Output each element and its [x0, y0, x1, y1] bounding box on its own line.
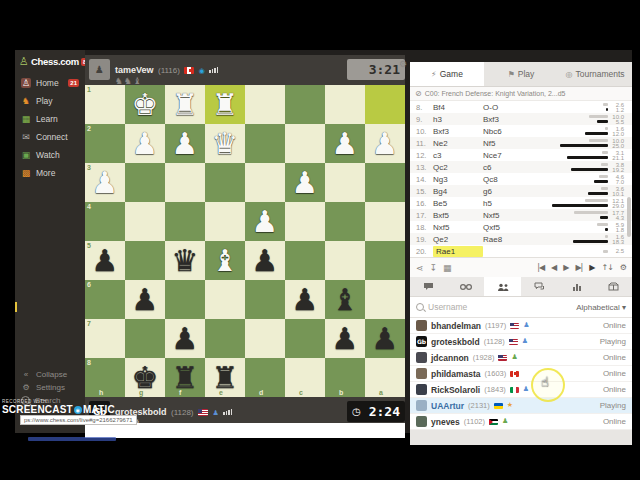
move-row-8: 8.Bf4O-O2.61.2 [410, 101, 632, 113]
move-row-19: 19.Qe2Rae81.618.3 [410, 233, 632, 245]
square-b3[interactable] [325, 163, 365, 202]
rank-label-7: 7 [87, 320, 91, 327]
black-move[interactable]: g6 [483, 187, 546, 196]
board-column: ♟ tameVew (1116) ◉ ♞♞♝ 3:21 1♚♜♜2♟♟♛♟♟3♟… [85, 55, 405, 438]
clock-icon: ◷ [352, 406, 361, 417]
square-b2[interactable]: ♟ [325, 124, 365, 163]
player-rating: (1928) [473, 353, 495, 362]
square-f6[interactable] [165, 280, 205, 319]
medal-icon: ◎ [565, 70, 572, 79]
white-move[interactable]: c3 [433, 151, 483, 160]
piece-wP-f2[interactable]: ♟ [165, 124, 205, 163]
move-time-bars: 10.05.5 [546, 115, 632, 124]
flip-board-icon[interactable]: ↑↓ [601, 263, 612, 272]
opening-name: C00: French Defense: Knight Variation, 2… [425, 90, 566, 97]
black-move[interactable]: h5 [483, 199, 546, 208]
move-row-17: 17.Bxf5Nxf517.74.3 [410, 209, 632, 221]
person-icon: ♟ [212, 410, 218, 417]
search-input[interactable]: Username [428, 302, 467, 312]
sidebar-item-label: Learn [36, 114, 58, 124]
gear-icon: ⚙ [21, 383, 31, 392]
screencast-watermark: RECORDED WITH SCREENCAST ◉ MATIC [2, 399, 115, 415]
file-label-b: b [339, 389, 343, 396]
star-icon: ★ [507, 402, 513, 409]
player-status: Online [603, 417, 626, 426]
us-flag-icon [509, 339, 518, 345]
white-move[interactable]: Qc2 [433, 163, 483, 172]
piece-wP-d4[interactable]: ♟ [245, 202, 285, 241]
move-list-footer: ⋖ ↧ ▦ |◀ ◀ ▶ ▶| ▶ ↑↓ ⚙ [410, 257, 632, 277]
square-f3[interactable] [165, 163, 205, 202]
move-number: 16. [416, 199, 433, 208]
player-rating: (1128) [484, 337, 505, 346]
square-h1[interactable]: 1 [85, 85, 125, 124]
collapse-icon: « [21, 370, 31, 379]
square-c4[interactable] [285, 202, 325, 241]
black-move[interactable]: Qxf5 [483, 223, 546, 232]
square-e1[interactable]: ♜ [205, 85, 245, 124]
square-g8[interactable]: g♚ [125, 358, 165, 397]
top-player-bar: ♟ tameVew (1116) ◉ ♞♞♝ 3:21 [85, 55, 405, 85]
move-number: 13. [416, 163, 433, 172]
move-row-16: 16.Be5h512.129.0 [410, 197, 632, 209]
play-icon: ♞ [21, 96, 31, 106]
prev-move-button[interactable]: ◀ [551, 263, 556, 272]
tab-label: Game [440, 69, 463, 79]
square-f5[interactable]: ♛ [165, 241, 205, 280]
white-move[interactable]: Qe2 [433, 235, 483, 244]
sidebar-item-collapse[interactable]: «Collapse [15, 368, 85, 381]
rank-label-8: 8 [87, 359, 91, 366]
square-e8[interactable]: e♜ [205, 358, 245, 397]
screencast-o-icon: ◉ [74, 406, 82, 414]
piece-wP-g2[interactable]: ♟ [125, 124, 165, 163]
us-flag-icon [498, 355, 507, 361]
lobby-tabs [410, 277, 632, 297]
sort-dropdown[interactable]: Alphabetical ▾ [576, 303, 626, 312]
move-time-bars: 3.121.1 [546, 151, 632, 160]
ca-flag-icon [510, 371, 519, 377]
square-d8[interactable]: d [245, 358, 285, 397]
move-row-11: 11.Ne2Nf510.025.0 [410, 137, 632, 149]
player-row-bhandelman[interactable]: bhandelman(1197)♟Online [410, 318, 632, 334]
square-h4[interactable]: 4 [85, 202, 125, 241]
avatar [416, 384, 427, 395]
share-icon[interactable]: ⋖ [416, 263, 424, 273]
flag-icon: ⚑ [508, 70, 515, 79]
move-time-bars: 4.67.0 [546, 175, 632, 184]
square-b6[interactable]: ♝ [325, 280, 365, 319]
move-number: 9. [416, 115, 433, 124]
player-status: Online [603, 385, 626, 394]
piece-wP-h3[interactable]: ♟ [85, 163, 125, 202]
right-panel: ⚡Game⚑Play◎Tournaments ⊘ C00: French Def… [410, 62, 632, 433]
bottom-player-clock: ◷ 2:24 [347, 401, 405, 422]
status-url-tooltip: ps://www.chess.com/live#g=2166279671 [20, 415, 137, 425]
move-row-12: 12.c3Nce73.121.1 [410, 149, 632, 161]
player-row-groteskbold[interactable]: Gbgroteskbold(1128)♟Playing [410, 334, 632, 350]
piece-wR-f1[interactable]: ♜ [165, 85, 205, 124]
player-row-jdcannon[interactable]: jdcannon(1928)♟Online [410, 350, 632, 366]
move-row-15: 15.Bg4g63.610.1 [410, 185, 632, 197]
bottom-player-rating: (1128) [171, 408, 194, 417]
sidebar-item-learn[interactable]: ▦Learn [15, 110, 85, 128]
avatar [416, 416, 427, 427]
move-number: 8. [416, 103, 433, 112]
top-player-clock: 3:21 [347, 59, 405, 80]
square-f7[interactable]: ♟ [165, 319, 205, 358]
file-label-h: h [99, 389, 103, 396]
square-f2[interactable]: ♟ [165, 124, 205, 163]
square-e2[interactable]: ♛ [205, 124, 245, 163]
black-move[interactable]: Nce7 [483, 151, 546, 160]
person-icon: ♟ [522, 338, 528, 345]
player-name: groteskbold [431, 337, 480, 347]
player-row-phildamasta[interactable]: phildamasta(1603)Online [410, 366, 632, 382]
sidebar-item-label: Home [36, 78, 59, 88]
move-row-20: 20.Rae12.5 [410, 245, 632, 257]
signal-bars-icon [223, 409, 232, 415]
sidebar-item-more[interactable]: ▩More [15, 164, 85, 182]
board-settings-gear-icon[interactable]: ⚙ [399, 59, 407, 69]
sidebar-item-home[interactable]: ♙Home21 [15, 74, 85, 92]
square-f1[interactable]: ♜ [165, 85, 205, 124]
first-move-button[interactable]: |◀ [537, 263, 544, 272]
square-b1[interactable] [325, 85, 365, 124]
square-e6[interactable] [205, 280, 245, 319]
file-label-a: a [379, 389, 383, 396]
avatar [416, 320, 427, 331]
white-move[interactable]: Bxf5 [433, 211, 483, 220]
piece-bP-g6[interactable]: ♟ [125, 280, 165, 319]
square-d3[interactable] [245, 163, 285, 202]
learn-icon: ▦ [21, 114, 31, 124]
tab-game[interactable]: ⚡Game [410, 62, 484, 86]
black-move[interactable]: Nbc6 [483, 127, 546, 136]
search-icon [416, 303, 424, 311]
piece-wB-e5[interactable]: ♝ [205, 241, 245, 280]
next-move-button[interactable]: ▶ [563, 263, 568, 272]
square-a7[interactable]: ♟ [365, 319, 405, 358]
player-rating: (1197) [485, 321, 506, 330]
top-player-avatar[interactable]: ♟ [89, 59, 110, 80]
move-time-bars: 3.819.2 [546, 163, 632, 172]
rank-label-6: 6 [87, 281, 91, 288]
square-a3[interactable] [365, 163, 405, 202]
square-e3[interactable] [205, 163, 245, 202]
move-time-bars: 10.025.0 [546, 139, 632, 148]
white-move[interactable]: Bf4 [433, 103, 483, 112]
rank-label-2: 2 [87, 125, 91, 132]
square-b8[interactable]: b [325, 358, 365, 397]
square-h3[interactable]: 3♟ [85, 163, 125, 202]
player-rating: (2131) [468, 401, 490, 410]
square-h8[interactable]: 8h [85, 358, 125, 397]
avatar [416, 400, 427, 411]
square-a2[interactable]: ♟ [365, 124, 405, 163]
square-d1[interactable] [245, 85, 285, 124]
square-h6[interactable]: 6 [85, 280, 125, 319]
piece-bK-g8[interactable]: ♚ [125, 358, 165, 397]
white-move[interactable]: Nxf5 [433, 223, 483, 232]
play-button[interactable]: ▶ [589, 263, 594, 272]
it-flag-icon [510, 387, 519, 393]
top-player-name[interactable]: tameVew [115, 65, 154, 75]
sidebar-item-label: Collapse [36, 370, 67, 379]
player-status: Online [603, 369, 626, 378]
square-d7[interactable] [245, 319, 285, 358]
sidebar-item-label: Connect [36, 132, 68, 142]
black-move[interactable]: Nxf5 [483, 211, 546, 220]
rank-label-1: 1 [87, 86, 91, 93]
square-f8[interactable]: f♜ [165, 358, 205, 397]
move-nav: |◀ ◀ ▶ ▶| ▶ ↑↓ ⚙ [537, 263, 626, 272]
square-c8[interactable]: c [285, 358, 325, 397]
move-number: 19. [416, 235, 433, 244]
bottom-artifact [28, 437, 116, 441]
square-c1[interactable] [285, 85, 325, 124]
square-h5[interactable]: 5♟ [85, 241, 125, 280]
more-icon: ▩ [21, 168, 31, 178]
square-f4[interactable] [165, 202, 205, 241]
player-name: yneves [431, 417, 460, 427]
square-c2[interactable] [285, 124, 325, 163]
ps-flag-icon [489, 419, 498, 425]
black-move[interactable]: O-O [483, 103, 546, 112]
players-icon [497, 283, 509, 291]
avatar: Gb [416, 336, 427, 347]
player-name: phildamasta [431, 369, 481, 379]
player-status: Online [603, 321, 626, 330]
sidebar-item-play[interactable]: ♞Play [15, 92, 85, 110]
player-status: Playing [600, 401, 626, 410]
white-move[interactable]: h3 [433, 115, 483, 124]
person-icon: ♟ [511, 354, 517, 361]
sidebar-items: ♙Home21♞Play▦Learn✉Connect▣Watch▩More [15, 74, 85, 182]
sidebar-item-label: More [36, 168, 55, 178]
square-a1[interactable] [365, 85, 405, 124]
piece-bP-h5[interactable]: ♟ [85, 241, 125, 280]
player-status: Online [603, 353, 626, 362]
square-b4[interactable] [325, 202, 365, 241]
lobby-tab-players[interactable] [484, 277, 521, 296]
top-player-rating: (1116) [158, 66, 180, 75]
piece-bB-b6[interactable]: ♝ [325, 280, 365, 319]
square-g4[interactable] [125, 202, 165, 241]
piece-wQ-e2[interactable]: ♛ [205, 124, 245, 163]
player-search-row: Username Alphabetical ▾ [410, 297, 632, 318]
tab-tournaments[interactable]: ◎Tournaments [558, 62, 632, 86]
player-rating: (1843) [484, 385, 506, 394]
white-move[interactable]: Ne2 [433, 139, 483, 148]
square-h2[interactable]: 2 [85, 124, 125, 163]
square-g2[interactable]: ♟ [125, 124, 165, 163]
square-g7[interactable] [125, 319, 165, 358]
watch-icon [460, 283, 472, 291]
square-d5[interactable]: ♟ [245, 241, 285, 280]
square-a6[interactable] [365, 280, 405, 319]
square-g5[interactable] [125, 241, 165, 280]
stats-icon [572, 283, 582, 291]
scrollbar-thumb[interactable] [627, 197, 631, 237]
lobby-tab-watch[interactable] [447, 277, 484, 296]
blue-badge-icon: ◉ [199, 68, 205, 75]
sidebar-item-label: Settings [36, 383, 65, 392]
move-time-bars: 1.612.0 [546, 127, 632, 136]
move-time-bars: 12.129.0 [546, 199, 632, 208]
square-g1[interactable]: ♚ [125, 85, 165, 124]
ua-flag-icon [494, 403, 503, 409]
move-time-bars: 17.74.3 [546, 211, 632, 220]
white-move[interactable]: Ng3 [433, 175, 483, 184]
chesscom-logo[interactable]: ♙ Chess.com 81 [15, 50, 85, 74]
chess-board: 1♚♜♜2♟♟♛♟♟3♟♟4♟5♟♛♝♟6♟♟♝7♟♟♟8hg♚f♜e♜dcba [85, 85, 405, 397]
opening-row: ⊘ C00: French Defense: Knight Variation,… [410, 87, 632, 101]
move-time-bars: 2.61.2 [546, 103, 632, 112]
player-row-RickSolaroli[interactable]: RickSolaroli(1843)♟Online [410, 382, 632, 398]
square-e4[interactable] [205, 202, 245, 241]
rank-label-4: 4 [87, 203, 91, 210]
player-rating: (1102) [464, 417, 485, 426]
player-status: Playing [600, 337, 626, 346]
signal-bars-icon [209, 67, 218, 73]
square-e7[interactable] [205, 319, 245, 358]
us-flag-icon [198, 409, 208, 416]
piece-bP-a7[interactable]: ♟ [365, 319, 405, 358]
person-icon: ♟ [523, 386, 529, 393]
tab-play[interactable]: ⚑Play [484, 62, 558, 86]
square-a8[interactable]: a [365, 358, 405, 397]
square-d4[interactable]: ♟ [245, 202, 285, 241]
piece-bR-e8[interactable]: ♜ [205, 358, 245, 397]
player-name: jdcannon [431, 353, 469, 363]
move-number: 10. [416, 127, 433, 136]
player-name: UAArtur [431, 401, 464, 411]
square-b7[interactable]: ♟ [325, 319, 365, 358]
player-row-UAArtur[interactable]: UAArtur(2131)★Playing [410, 398, 632, 414]
sidebar-item-watch[interactable]: ▣Watch [15, 146, 85, 164]
square-e5[interactable]: ♝ [205, 241, 245, 280]
home-icon: ♙ [21, 78, 31, 88]
move-number: 18. [416, 223, 433, 232]
move-row-13: 13.Qc2c63.819.2 [410, 161, 632, 173]
yellow-marker [15, 302, 17, 312]
panel-bottom-strip [410, 430, 632, 445]
piece-bP-b7[interactable]: ♟ [325, 319, 365, 358]
move-row-10: 10.Bxf3Nbc61.612.0 [410, 125, 632, 137]
last-move-button[interactable]: ▶| [575, 263, 582, 272]
move-number: 17. [416, 211, 433, 220]
notification-badge: 21 [68, 79, 79, 87]
player-name: RickSolaroli [431, 385, 480, 395]
connect-icon: ✉ [21, 132, 31, 142]
move-number: 15. [416, 187, 433, 196]
move-row-18: 18.Nxf5Qxf55.91.8 [410, 221, 632, 233]
black-move[interactable]: Bxf3 [483, 115, 546, 124]
white-move[interactable]: Be5 [433, 199, 483, 208]
square-g6[interactable]: ♟ [125, 280, 165, 319]
tab-label: Play [518, 69, 535, 79]
move-time-bars: 5.91.8 [546, 223, 632, 232]
piece-wP-c3[interactable]: ♟ [285, 163, 325, 202]
logo-pawn-icon: ♙ [19, 57, 29, 67]
move-time-bars: 1.618.3 [546, 235, 632, 244]
piece-bR-f8[interactable]: ♜ [165, 358, 205, 397]
new-game-icon [423, 282, 434, 291]
lobby-tab-stats[interactable] [558, 277, 595, 296]
piece-wP-b2[interactable]: ♟ [325, 124, 365, 163]
piece-wK-g1[interactable]: ♚ [125, 85, 165, 124]
white-move[interactable]: Bxf3 [433, 127, 483, 136]
move-row-9: 9.h3Bxf310.05.5 [410, 113, 632, 125]
piece-bP-d5[interactable]: ♟ [245, 241, 285, 280]
square-c6[interactable]: ♟ [285, 280, 325, 319]
black-move[interactable]: Qc8 [483, 175, 546, 184]
sidebar-item-connect[interactable]: ✉Connect [15, 128, 85, 146]
events-icon [608, 282, 619, 291]
logo-text: Chess.com [31, 56, 79, 67]
white-move[interactable]: Rae1 [433, 246, 483, 257]
piece-bP-c6[interactable]: ♟ [285, 280, 325, 319]
black-move[interactable]: Nf5 [483, 139, 546, 148]
piece-wR-e1[interactable]: ♜ [205, 85, 245, 124]
move-number: 11. [416, 139, 433, 148]
player-row-yneves[interactable]: yneves(1102)♟Online [410, 414, 632, 430]
square-g3[interactable] [125, 163, 165, 202]
square-a4[interactable] [365, 202, 405, 241]
black-move[interactable]: Rae8 [483, 235, 546, 244]
move-number: 14. [416, 175, 433, 184]
lightning-icon: ⚡ [431, 70, 437, 79]
white-move[interactable]: Bg4 [433, 187, 483, 196]
page-bottom-strip [85, 423, 405, 438]
player-name: bhandelman [431, 321, 481, 331]
piece-wP-a2[interactable]: ♟ [365, 124, 405, 163]
tab-label: Tournaments [575, 69, 624, 79]
square-c7[interactable] [285, 319, 325, 358]
move-number: 12. [416, 151, 433, 160]
black-move[interactable]: c6 [483, 163, 546, 172]
piece-bQ-f5[interactable]: ♛ [165, 241, 205, 280]
move-time-bars: 3.610.1 [546, 187, 632, 196]
file-label-d: d [259, 389, 263, 396]
player-rating: (1603) [485, 369, 507, 378]
square-b5[interactable] [325, 241, 365, 280]
sidebar: ♙ Chess.com 81 ♙Home21♞Play▦Learn✉Connec… [15, 50, 85, 433]
lobby-tab-chat[interactable] [521, 277, 558, 296]
file-label-c: c [299, 389, 303, 396]
download-icon[interactable]: ↧ [430, 263, 438, 273]
square-d2[interactable] [245, 124, 285, 163]
square-d6[interactable] [245, 280, 285, 319]
square-a5[interactable] [365, 241, 405, 280]
lobby-tab-events[interactable] [595, 277, 632, 296]
avatar [416, 352, 427, 363]
square-c3[interactable]: ♟ [285, 163, 325, 202]
sidebar-item-label: Watch [36, 150, 60, 160]
settings-gear-icon[interactable]: ⚙ [620, 263, 626, 272]
screen: ♙ Chess.com 81 ♙Home21♞Play▦Learn✉Connec… [0, 0, 640, 480]
move-number: 20. [416, 247, 433, 256]
canada-flag-icon [184, 67, 194, 74]
avatar [416, 368, 427, 379]
square-c5[interactable] [285, 241, 325, 280]
sidebar-item-settings[interactable]: ⚙Settings [15, 381, 85, 394]
square-h7[interactable]: 7 [85, 319, 125, 358]
piece-bP-f7[interactable]: ♟ [165, 319, 205, 358]
analysis-icon[interactable]: ▦ [443, 263, 452, 273]
lobby-tab-new-game[interactable] [410, 277, 447, 296]
